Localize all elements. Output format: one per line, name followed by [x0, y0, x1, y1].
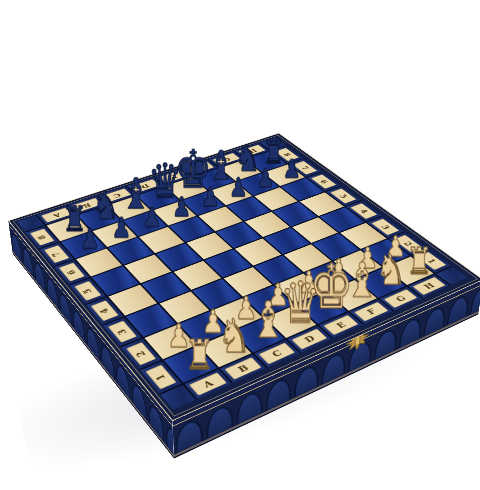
piece-white-knight[interactable]: ♞ [217, 315, 251, 359]
scene-3d: ABCDEFGH8♜♞♝♛♚♝♞♜87♟♟♟♟♟♟♟♟7665544332♟♟♟… [0, 0, 480, 490]
piece-black-pawn[interactable]: ♟ [142, 204, 162, 230]
piece-black-pawn[interactable]: ♟ [201, 184, 220, 209]
piece-black-pawn[interactable]: ♟ [172, 194, 191, 220]
folding-chess-box: ABCDEFGH8♜♞♝♛♚♝♞♜87♟♟♟♟♟♟♟♟7665544332♟♟♟… [8, 133, 480, 421]
product-photo-stage: ABCDEFGH8♜♞♝♛♚♝♞♜87♟♟♟♟♟♟♟♟7665544332♟♟♟… [0, 0, 480, 490]
piece-black-pawn[interactable]: ♟ [111, 215, 131, 241]
piece-white-rook[interactable]: ♜ [185, 335, 215, 374]
piece-black-pawn[interactable]: ♟ [283, 157, 301, 181]
piece-white-bishop[interactable]: ♝ [250, 297, 286, 344]
piece-black-pawn[interactable]: ♟ [256, 166, 275, 191]
piece-black-pawn[interactable]: ♟ [80, 225, 100, 252]
piece-white-rook[interactable]: ♜ [406, 244, 432, 279]
piece-white-knight[interactable]: ♞ [376, 250, 407, 291]
piece-black-pawn[interactable]: ♟ [229, 175, 248, 200]
